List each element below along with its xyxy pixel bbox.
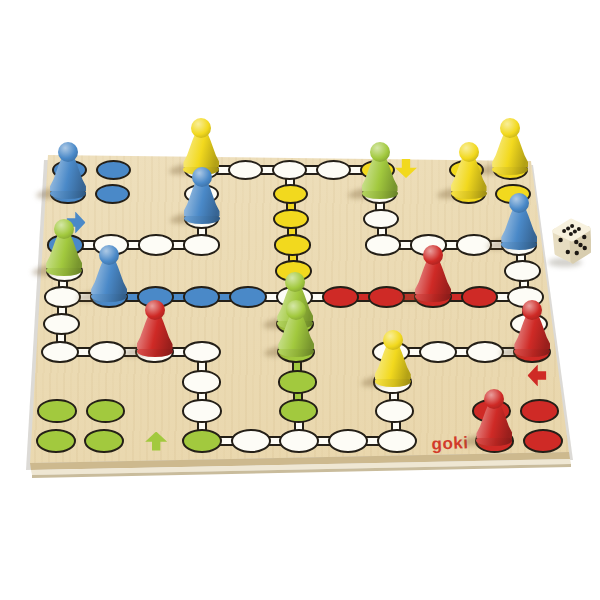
- cell-r4c3[interactable]: [138, 234, 174, 255]
- home-red-circle-r11c11[interactable]: [523, 429, 563, 453]
- home-green-circle-r10c2[interactable]: [86, 399, 125, 423]
- die-pip: [582, 235, 586, 239]
- die-pip: [577, 227, 581, 231]
- cell-r11c8[interactable]: [377, 429, 417, 453]
- cell-r4c8[interactable]: [365, 234, 401, 255]
- die-pip: [558, 238, 562, 242]
- pawn-head: [423, 245, 443, 265]
- pawn-yellow-r9c8[interactable]: [375, 330, 411, 388]
- die-pip: [574, 240, 578, 244]
- pawn-head: [191, 118, 211, 138]
- pawn-yellow-r1c11[interactable]: [492, 118, 528, 176]
- pawn-red-r6c9[interactable]: [415, 245, 451, 303]
- pawn-head: [58, 142, 78, 162]
- cell-r10c4[interactable]: [182, 399, 221, 423]
- pawn-head: [509, 193, 529, 213]
- home-green-circle-r10c1[interactable]: [37, 399, 76, 423]
- cell-r4c4[interactable]: [183, 234, 219, 255]
- pawn-green-r8c6[interactable]: [278, 300, 314, 358]
- cell-r5c11[interactable]: [504, 260, 541, 281]
- home-red-circle-r10c11[interactable]: [520, 399, 559, 423]
- cell-r6c8[interactable]: [368, 286, 405, 308]
- pawn-head: [383, 330, 403, 350]
- cell-r4c6[interactable]: [274, 234, 310, 255]
- cell-r1c5[interactable]: [228, 160, 263, 180]
- pawn-head: [286, 300, 306, 320]
- pawn-head: [192, 167, 212, 187]
- pawn-head: [145, 300, 165, 320]
- cell-r6c4[interactable]: [183, 286, 220, 308]
- pawn-head: [54, 219, 74, 239]
- die-pip: [569, 232, 573, 236]
- pawn-head: [459, 142, 479, 162]
- die-pip: [573, 230, 577, 234]
- pawn-blue-r3c4[interactable]: [184, 167, 220, 225]
- die-pip: [562, 229, 566, 233]
- pawn-yellow-r2c10[interactable]: [451, 142, 487, 200]
- pawn-head: [285, 272, 305, 292]
- cell-r6c1[interactable]: [44, 286, 81, 308]
- home-green-circle-r11c1[interactable]: [36, 429, 76, 453]
- pawn-head: [484, 389, 504, 409]
- die-pip: [583, 246, 587, 250]
- pawn-red-r11c10[interactable]: [476, 389, 512, 447]
- die-pip: [570, 224, 574, 228]
- die-pip: [566, 250, 570, 254]
- cell-r9c4[interactable]: [182, 370, 221, 393]
- pawn-blue-r6c2[interactable]: [91, 245, 127, 303]
- die[interactable]: [547, 215, 591, 265]
- pawn-head: [500, 118, 520, 138]
- cell-r6c7[interactable]: [322, 286, 359, 308]
- cell-r1c7[interactable]: [316, 160, 351, 180]
- pawn-green-r2c8[interactable]: [362, 142, 398, 200]
- stage: goki: [0, 0, 600, 600]
- cell-r1c6[interactable]: [272, 160, 307, 180]
- pawn-green-r5c1[interactable]: [46, 219, 82, 277]
- home-blue-circle-r1c2[interactable]: [96, 160, 131, 180]
- cell-r6c5[interactable]: [229, 286, 266, 308]
- cell-r8c9[interactable]: [419, 341, 457, 364]
- pawn-head: [370, 142, 390, 162]
- pawn-red-r8c11[interactable]: [514, 300, 550, 358]
- pawn-head: [99, 245, 119, 265]
- home-blue-circle-r2c2[interactable]: [95, 184, 130, 204]
- cell-r9c6[interactable]: [278, 370, 317, 393]
- cell-r11c4[interactable]: [182, 429, 222, 453]
- cell-r10c6[interactable]: [279, 399, 318, 423]
- cell-r11c5[interactable]: [231, 429, 271, 453]
- cell-r11c7[interactable]: [328, 429, 368, 453]
- pawn-blue-r2c1[interactable]: [50, 142, 86, 200]
- die-pip: [566, 226, 570, 230]
- cell-r8c4[interactable]: [183, 341, 221, 364]
- cell-r10c8[interactable]: [375, 399, 414, 423]
- pawn-blue-r4c11[interactable]: [501, 193, 537, 251]
- die-pip: [578, 243, 582, 247]
- pawn-head: [522, 300, 542, 320]
- cell-r6c10[interactable]: [461, 286, 498, 308]
- die-pip: [575, 251, 579, 255]
- pawn-red-r8c3[interactable]: [137, 300, 173, 358]
